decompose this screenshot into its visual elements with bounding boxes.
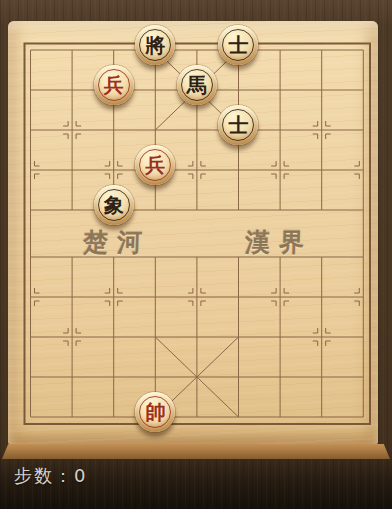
piece-glyph: 將 <box>145 35 165 55</box>
piece-glyph: 兵 <box>104 75 124 95</box>
intersection-3-8[interactable] <box>134 357 176 397</box>
intersection-3-6[interactable] <box>134 277 176 317</box>
intersection-7-7[interactable] <box>301 317 343 357</box>
intersection-2-4[interactable]: 象 <box>93 190 135 230</box>
intersection-8-8[interactable] <box>342 357 384 397</box>
board-intersections: 將士兵馬士兵象帥 <box>10 30 384 437</box>
intersection-1-1[interactable] <box>51 70 93 110</box>
intersection-8-6[interactable] <box>342 277 384 317</box>
intersection-5-1[interactable] <box>218 70 260 110</box>
piece-glyph: 馬 <box>187 75 207 95</box>
intersection-0-0[interactable] <box>10 30 52 70</box>
intersection-4-3[interactable] <box>176 150 218 190</box>
intersection-8-5[interactable] <box>342 237 384 277</box>
intersection-7-2[interactable] <box>301 110 343 150</box>
intersection-5-0[interactable]: 士 <box>218 30 260 70</box>
intersection-8-3[interactable] <box>342 150 384 190</box>
intersection-1-3[interactable] <box>51 150 93 190</box>
intersection-4-9[interactable] <box>176 397 218 437</box>
intersection-3-9[interactable]: 帥 <box>134 397 176 437</box>
intersection-2-9[interactable] <box>93 397 135 437</box>
intersection-3-7[interactable] <box>134 317 176 357</box>
intersection-7-4[interactable] <box>301 190 343 230</box>
intersection-1-6[interactable] <box>51 277 93 317</box>
intersection-4-4[interactable] <box>176 190 218 230</box>
piece-glyph: 象 <box>104 195 124 215</box>
intersection-4-6[interactable] <box>176 277 218 317</box>
intersection-5-4[interactable] <box>218 190 260 230</box>
intersection-3-3[interactable]: 兵 <box>134 150 176 190</box>
intersection-7-1[interactable] <box>301 70 343 110</box>
intersection-0-4[interactable] <box>10 190 52 230</box>
intersection-6-4[interactable] <box>259 190 301 230</box>
intersection-7-0[interactable] <box>301 30 343 70</box>
intersection-0-5[interactable] <box>10 237 52 277</box>
intersection-6-8[interactable] <box>259 357 301 397</box>
piece-red-general[interactable]: 帥 <box>135 392 175 432</box>
intersection-1-5[interactable] <box>51 237 93 277</box>
intersection-3-4[interactable] <box>134 190 176 230</box>
intersection-7-5[interactable] <box>301 237 343 277</box>
intersection-2-7[interactable] <box>93 317 135 357</box>
intersection-3-1[interactable] <box>134 70 176 110</box>
intersection-6-1[interactable] <box>259 70 301 110</box>
move-counter-value: 0 <box>74 465 87 486</box>
intersection-8-0[interactable] <box>342 30 384 70</box>
intersection-5-9[interactable] <box>218 397 260 437</box>
intersection-7-9[interactable] <box>301 397 343 437</box>
intersection-5-7[interactable] <box>218 317 260 357</box>
piece-black-horse[interactable]: 馬 <box>177 65 217 105</box>
intersection-2-0[interactable] <box>93 30 135 70</box>
intersection-8-2[interactable] <box>342 110 384 150</box>
piece-black-advisor-1[interactable]: 士 <box>218 25 258 65</box>
intersection-6-7[interactable] <box>259 317 301 357</box>
piece-glyph: 士 <box>228 115 248 135</box>
intersection-8-1[interactable] <box>342 70 384 110</box>
piece-black-elephant[interactable]: 象 <box>94 185 134 225</box>
intersection-4-0[interactable] <box>176 30 218 70</box>
intersection-6-9[interactable] <box>259 397 301 437</box>
intersection-2-6[interactable] <box>93 277 135 317</box>
intersection-0-9[interactable] <box>10 397 52 437</box>
intersection-4-5[interactable] <box>176 237 218 277</box>
intersection-4-8[interactable] <box>176 357 218 397</box>
move-counter-label: 步数： <box>14 465 74 486</box>
intersection-2-8[interactable] <box>93 357 135 397</box>
intersection-6-6[interactable] <box>259 277 301 317</box>
intersection-8-9[interactable] <box>342 397 384 437</box>
intersection-1-0[interactable] <box>51 30 93 70</box>
intersection-3-2[interactable] <box>134 110 176 150</box>
intersection-1-9[interactable] <box>51 397 93 437</box>
intersection-2-1[interactable]: 兵 <box>93 70 135 110</box>
piece-red-soldier-2[interactable]: 兵 <box>135 145 175 185</box>
intersection-2-5[interactable] <box>93 237 135 277</box>
intersection-5-5[interactable] <box>218 237 260 277</box>
piece-black-general[interactable]: 將 <box>135 25 175 65</box>
intersection-4-7[interactable] <box>176 317 218 357</box>
intersection-1-2[interactable] <box>51 110 93 150</box>
intersection-5-6[interactable] <box>218 277 260 317</box>
intersection-2-2[interactable] <box>93 110 135 150</box>
intersection-6-0[interactable] <box>259 30 301 70</box>
intersection-1-8[interactable] <box>51 357 93 397</box>
piece-glyph: 士 <box>228 35 248 55</box>
piece-black-advisor-2[interactable]: 士 <box>218 105 258 145</box>
intersection-3-0[interactable]: 將 <box>134 30 176 70</box>
intersection-6-2[interactable] <box>259 110 301 150</box>
intersection-6-5[interactable] <box>259 237 301 277</box>
move-counter: 步数：0 <box>14 464 87 488</box>
intersection-0-7[interactable] <box>10 317 52 357</box>
intersection-6-3[interactable] <box>259 150 301 190</box>
intersection-7-3[interactable] <box>301 150 343 190</box>
intersection-2-3[interactable] <box>93 150 135 190</box>
intersection-5-8[interactable] <box>218 357 260 397</box>
intersection-0-2[interactable] <box>10 110 52 150</box>
intersection-7-8[interactable] <box>301 357 343 397</box>
board-bottom-bevel <box>2 444 390 459</box>
intersection-7-6[interactable] <box>301 277 343 317</box>
intersection-1-4[interactable] <box>51 190 93 230</box>
intersection-0-8[interactable] <box>10 357 52 397</box>
piece-glyph: 帥 <box>145 402 165 422</box>
intersection-3-5[interactable] <box>134 237 176 277</box>
intersection-5-3[interactable] <box>218 150 260 190</box>
piece-glyph: 兵 <box>145 155 165 175</box>
intersection-0-1[interactable] <box>10 70 52 110</box>
intersection-4-2[interactable] <box>176 110 218 150</box>
intersection-0-3[interactable] <box>10 150 52 190</box>
intersection-0-6[interactable] <box>10 277 52 317</box>
intersection-8-7[interactable] <box>342 317 384 357</box>
intersection-8-4[interactable] <box>342 190 384 230</box>
piece-red-soldier-1[interactable]: 兵 <box>94 65 134 105</box>
intersection-5-2[interactable]: 士 <box>218 110 260 150</box>
intersection-1-7[interactable] <box>51 317 93 357</box>
intersection-4-1[interactable]: 馬 <box>176 70 218 110</box>
